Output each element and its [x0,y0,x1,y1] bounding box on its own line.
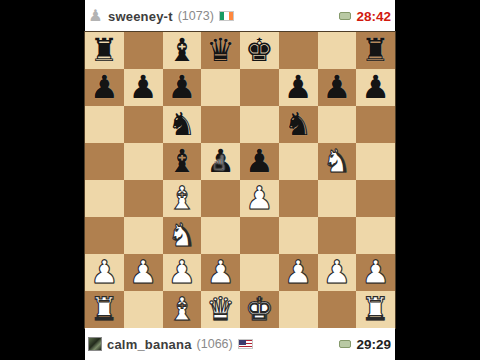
square-g4[interactable] [318,180,357,217]
piece-black-king-e8[interactable]: ♚ [245,34,274,66]
bottom-player-clock: 29:29 [356,337,391,352]
piece-white-pawn-g2[interactable]: ♟ [323,256,352,288]
square-b4[interactable] [124,180,163,217]
top-player-rating: (1073) [178,9,214,23]
square-h1[interactable]: ♜ [356,291,395,328]
square-h2[interactable]: ♟ [356,254,395,291]
pawn-avatar-icon: ♟ [88,8,103,24]
square-e6[interactable] [240,106,279,143]
square-d5[interactable]: ♟ [201,143,240,180]
letterbox-background: ♟ sweeney-t (1073) 28:42 ♜♝♛♚♜♟♟♟♟♟♟♞♞♝♟… [0,0,480,360]
square-b3[interactable] [124,217,163,254]
square-d7[interactable] [201,69,240,106]
square-e5[interactable]: ♟ [240,143,279,180]
square-d6[interactable] [201,106,240,143]
square-c3[interactable]: ♞ [163,217,202,254]
piece-white-queen-d1[interactable]: ♛ [206,293,235,325]
square-a5[interactable] [85,143,124,180]
piece-white-pawn-h2[interactable]: ♟ [361,256,390,288]
ireland-flag-icon [219,11,234,21]
piece-black-pawn-b7[interactable]: ♟ [129,71,158,103]
square-b8[interactable] [124,32,163,69]
square-h5[interactable] [356,143,395,180]
square-b7[interactable]: ♟ [124,69,163,106]
top-player-name: sweeney-t [108,9,173,24]
square-g7[interactable]: ♟ [318,69,357,106]
bottom-player-rating: (1066) [197,337,233,351]
square-f4[interactable] [279,180,318,217]
piece-white-pawn-f2[interactable]: ♟ [284,256,313,288]
square-e1[interactable]: ♚ [240,291,279,328]
piece-white-knight-c3[interactable]: ♞ [168,219,197,251]
square-e4[interactable]: ♟ [240,180,279,217]
square-h3[interactable] [356,217,395,254]
piece-white-knight-g5[interactable]: ♞ [323,145,352,177]
square-h4[interactable] [356,180,395,217]
piece-black-pawn-a7[interactable]: ♟ [90,71,119,103]
square-b2[interactable]: ♟ [124,254,163,291]
usa-flag-icon [238,339,253,349]
piece-white-pawn-e4[interactable]: ♟ [245,182,274,214]
square-c8[interactable]: ♝ [163,32,202,69]
piece-white-rook-h1[interactable]: ♜ [361,293,390,325]
piece-black-pawn-f7[interactable]: ♟ [284,71,313,103]
square-g8[interactable] [318,32,357,69]
piece-white-pawn-a2[interactable]: ♟ [90,256,119,288]
square-a8[interactable]: ♜ [85,32,124,69]
game-panel: ♟ sweeney-t (1073) 28:42 ♜♝♛♚♜♟♟♟♟♟♟♞♞♝♟… [85,0,395,360]
piece-black-bishop-c8[interactable]: ♝ [168,34,197,66]
piece-black-knight-c6[interactable]: ♞ [168,108,197,140]
square-h8[interactable]: ♜ [356,32,395,69]
square-g1[interactable] [318,291,357,328]
square-d4[interactable] [201,180,240,217]
top-player-bar: ♟ sweeney-t (1073) 28:42 [85,0,395,32]
piece-black-pawn-d5[interactable]: ♟ [206,145,235,177]
square-h7[interactable]: ♟ [356,69,395,106]
square-g3[interactable] [318,217,357,254]
piece-white-bishop-c4[interactable]: ♝ [168,182,197,214]
square-a7[interactable]: ♟ [85,69,124,106]
square-f7[interactable]: ♟ [279,69,318,106]
square-b6[interactable] [124,106,163,143]
piece-black-queen-d8[interactable]: ♛ [206,34,235,66]
square-e3[interactable] [240,217,279,254]
square-f5[interactable] [279,143,318,180]
connection-icon [339,12,351,20]
square-h6[interactable] [356,106,395,143]
piece-black-rook-h8[interactable]: ♜ [361,34,390,66]
square-c6[interactable]: ♞ [163,106,202,143]
square-d8[interactable]: ♛ [201,32,240,69]
piece-white-pawn-b2[interactable]: ♟ [129,256,158,288]
piece-black-bishop-c5[interactable]: ♝ [168,145,197,177]
square-f1[interactable] [279,291,318,328]
square-c1[interactable]: ♝ [163,291,202,328]
square-c5[interactable]: ♝ [163,143,202,180]
bottom-player-avatar [88,337,102,351]
square-e8[interactable]: ♚ [240,32,279,69]
piece-black-pawn-c7[interactable]: ♟ [168,71,197,103]
square-g5[interactable]: ♞ [318,143,357,180]
square-d2[interactable]: ♟ [201,254,240,291]
square-c4[interactable]: ♝ [163,180,202,217]
square-f8[interactable] [279,32,318,69]
square-c7[interactable]: ♟ [163,69,202,106]
top-player-clock: 28:42 [356,9,391,24]
square-a6[interactable] [85,106,124,143]
square-e2[interactable] [240,254,279,291]
square-a1[interactable]: ♜ [85,291,124,328]
connection-icon [339,340,351,348]
piece-black-rook-a8[interactable]: ♜ [90,34,119,66]
piece-black-pawn-e5[interactable]: ♟ [245,145,274,177]
square-f2[interactable]: ♟ [279,254,318,291]
piece-white-pawn-d2[interactable]: ♟ [206,256,235,288]
square-a4[interactable] [85,180,124,217]
square-b5[interactable] [124,143,163,180]
piece-black-pawn-g7[interactable]: ♟ [323,71,352,103]
square-e7[interactable] [240,69,279,106]
piece-white-rook-a1[interactable]: ♜ [90,293,119,325]
piece-black-pawn-h7[interactable]: ♟ [361,71,390,103]
piece-white-king-e1[interactable]: ♚ [245,293,274,325]
square-d1[interactable]: ♛ [201,291,240,328]
square-d3[interactable] [201,217,240,254]
piece-black-knight-f6[interactable]: ♞ [284,108,313,140]
piece-white-bishop-c1[interactable]: ♝ [168,293,197,325]
square-a2[interactable]: ♟ [85,254,124,291]
square-f3[interactable] [279,217,318,254]
square-f6[interactable]: ♞ [279,106,318,143]
bottom-player-name: calm_banana [107,337,192,352]
piece-white-pawn-c2[interactable]: ♟ [168,256,197,288]
chess-board[interactable]: ♜♝♛♚♜♟♟♟♟♟♟♞♞♝♟♟♞♝♟♞♟♟♟♟♟♟♟♜♝♛♚♜ [85,32,395,328]
square-b1[interactable] [124,291,163,328]
square-a3[interactable] [85,217,124,254]
square-c2[interactable]: ♟ [163,254,202,291]
square-g6[interactable] [318,106,357,143]
square-g2[interactable]: ♟ [318,254,357,291]
bottom-player-bar: calm_banana (1066) 29:29 [85,328,395,360]
